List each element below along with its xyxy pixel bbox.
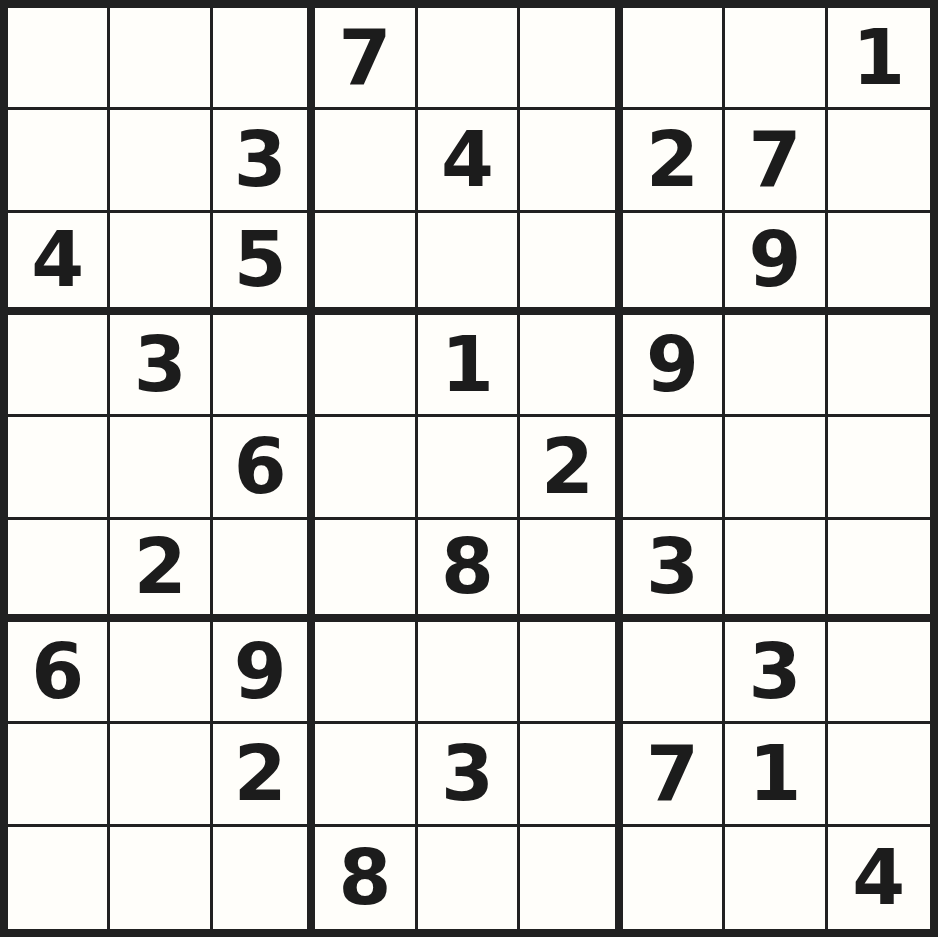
cell-r1c4[interactable]: 7: [315, 8, 417, 110]
cell-r6c3[interactable]: [213, 520, 315, 622]
cell-r4c8[interactable]: [725, 315, 827, 417]
given-digit: 5: [234, 222, 287, 298]
cell-r4c1[interactable]: [8, 315, 110, 417]
cell-r1c3[interactable]: [213, 8, 315, 110]
cell-r3c2[interactable]: [110, 213, 212, 315]
cell-r1c6[interactable]: [520, 8, 622, 110]
cell-r3c5[interactable]: [418, 213, 520, 315]
cell-r8c4[interactable]: [315, 724, 417, 826]
cell-r8c9[interactable]: [828, 724, 930, 826]
given-digit: 2: [646, 122, 699, 198]
cell-r7c9[interactable]: [828, 622, 930, 724]
given-digit: 1: [441, 327, 494, 403]
cell-r4c3[interactable]: [213, 315, 315, 417]
cell-r2c5[interactable]: 4: [418, 110, 520, 212]
given-digit: 8: [441, 529, 494, 605]
cell-r1c9[interactable]: 1: [828, 8, 930, 110]
cell-r1c2[interactable]: [110, 8, 212, 110]
given-digit: 9: [234, 634, 287, 710]
cell-r4c9[interactable]: [828, 315, 930, 417]
cell-r2c7[interactable]: 2: [623, 110, 725, 212]
given-digit: 4: [852, 840, 905, 916]
given-digit: 8: [339, 840, 392, 916]
cell-r2c6[interactable]: [520, 110, 622, 212]
cell-r8c1[interactable]: [8, 724, 110, 826]
cell-r5c4[interactable]: [315, 417, 417, 519]
cell-r2c1[interactable]: [8, 110, 110, 212]
cell-r2c3[interactable]: 3: [213, 110, 315, 212]
cell-r4c5[interactable]: 1: [418, 315, 520, 417]
cell-r3c1[interactable]: 4: [8, 213, 110, 315]
given-digit: 9: [748, 222, 801, 298]
cell-r4c2[interactable]: 3: [110, 315, 212, 417]
given-digit: 2: [541, 429, 594, 505]
cell-r9c3[interactable]: [213, 827, 315, 929]
cell-r9c9[interactable]: 4: [828, 827, 930, 929]
given-digit: 1: [748, 736, 801, 812]
given-digit: 4: [441, 122, 494, 198]
cell-r8c8[interactable]: 1: [725, 724, 827, 826]
cell-r6c1[interactable]: [8, 520, 110, 622]
cell-r6c4[interactable]: [315, 520, 417, 622]
given-digit: 9: [646, 327, 699, 403]
cell-r7c1[interactable]: 6: [8, 622, 110, 724]
given-digit: 3: [134, 327, 187, 403]
cell-r5c5[interactable]: [418, 417, 520, 519]
cell-r7c3[interactable]: 9: [213, 622, 315, 724]
cell-r9c1[interactable]: [8, 827, 110, 929]
cell-r7c8[interactable]: 3: [725, 622, 827, 724]
cell-r4c4[interactable]: [315, 315, 417, 417]
cell-r7c7[interactable]: [623, 622, 725, 724]
cell-r1c7[interactable]: [623, 8, 725, 110]
cell-r7c6[interactable]: [520, 622, 622, 724]
cell-r3c8[interactable]: 9: [725, 213, 827, 315]
given-digit: 7: [748, 122, 801, 198]
cell-r4c7[interactable]: 9: [623, 315, 725, 417]
cell-r8c5[interactable]: 3: [418, 724, 520, 826]
cell-r9c6[interactable]: [520, 827, 622, 929]
given-digit: 3: [646, 529, 699, 605]
cell-r3c4[interactable]: [315, 213, 417, 315]
cell-r3c3[interactable]: 5: [213, 213, 315, 315]
cell-r2c9[interactable]: [828, 110, 930, 212]
cell-r7c5[interactable]: [418, 622, 520, 724]
cell-r3c6[interactable]: [520, 213, 622, 315]
cell-r7c4[interactable]: [315, 622, 417, 724]
given-digit: 3: [441, 736, 494, 812]
sudoku-board: 71342745931962283693237184: [0, 0, 938, 937]
cell-r5c6[interactable]: 2: [520, 417, 622, 519]
cell-r6c8[interactable]: [725, 520, 827, 622]
cell-r5c9[interactable]: [828, 417, 930, 519]
given-digit: 6: [234, 429, 287, 505]
cell-r4c6[interactable]: [520, 315, 622, 417]
cell-r6c6[interactable]: [520, 520, 622, 622]
cell-r6c2[interactable]: 2: [110, 520, 212, 622]
cell-r5c2[interactable]: [110, 417, 212, 519]
cell-r8c6[interactable]: [520, 724, 622, 826]
cell-r3c7[interactable]: [623, 213, 725, 315]
cell-r9c5[interactable]: [418, 827, 520, 929]
cell-r6c5[interactable]: 8: [418, 520, 520, 622]
cell-r9c7[interactable]: [623, 827, 725, 929]
given-digit: 7: [339, 20, 392, 96]
cell-r1c5[interactable]: [418, 8, 520, 110]
cell-r5c3[interactable]: 6: [213, 417, 315, 519]
cell-r5c7[interactable]: [623, 417, 725, 519]
cell-r7c2[interactable]: [110, 622, 212, 724]
cell-r8c7[interactable]: 7: [623, 724, 725, 826]
given-digit: 2: [234, 736, 287, 812]
cell-r2c4[interactable]: [315, 110, 417, 212]
cell-r2c8[interactable]: 7: [725, 110, 827, 212]
given-digit: 6: [31, 634, 84, 710]
cell-r9c8[interactable]: [725, 827, 827, 929]
cell-r9c2[interactable]: [110, 827, 212, 929]
cell-r1c1[interactable]: [8, 8, 110, 110]
given-digit: 1: [852, 20, 905, 96]
cell-r8c2[interactable]: [110, 724, 212, 826]
cell-r9c4[interactable]: 8: [315, 827, 417, 929]
cell-r1c8[interactable]: [725, 8, 827, 110]
given-digit: 3: [234, 122, 287, 198]
given-digit: 3: [748, 634, 801, 710]
cell-r5c1[interactable]: [8, 417, 110, 519]
given-digit: 2: [134, 529, 187, 605]
cell-r8c3[interactable]: 2: [213, 724, 315, 826]
cell-r5c8[interactable]: [725, 417, 827, 519]
given-digit: 4: [31, 222, 84, 298]
cell-r2c2[interactable]: [110, 110, 212, 212]
given-digit: 7: [646, 736, 699, 812]
cell-r6c9[interactable]: [828, 520, 930, 622]
cell-r6c7[interactable]: 3: [623, 520, 725, 622]
cell-r3c9[interactable]: [828, 213, 930, 315]
